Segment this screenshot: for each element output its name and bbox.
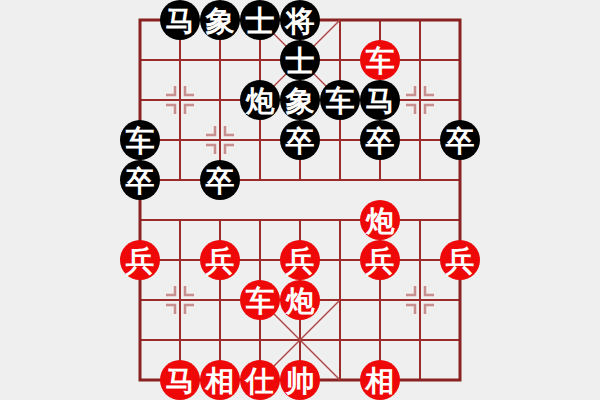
piece-glyph: 兵 (446, 247, 475, 276)
piece-red-soldier[interactable]: 兵 (120, 240, 160, 280)
piece-black-soldier[interactable]: 卒 (200, 160, 240, 200)
piece-glyph: 卒 (446, 127, 475, 156)
piece-glyph: 士 (246, 7, 275, 36)
board-grid: 马象士将士车炮象车马车卒卒卒卒卒炮兵兵兵兵兵车炮马相仕帅相 (120, 0, 480, 400)
piece-glyph: 卒 (286, 127, 315, 156)
piece-glyph: 马 (366, 87, 395, 116)
piece-glyph: 炮 (286, 287, 315, 316)
piece-black-advisor[interactable]: 士 (280, 40, 320, 80)
piece-black-soldier[interactable]: 卒 (440, 120, 480, 160)
piece-black-cannon[interactable]: 炮 (240, 80, 280, 120)
piece-glyph: 相 (206, 367, 235, 396)
piece-glyph: 炮 (246, 87, 275, 116)
piece-red-soldier[interactable]: 兵 (360, 240, 400, 280)
piece-glyph: 兵 (126, 247, 155, 276)
piece-red-advisor[interactable]: 仕 (240, 360, 280, 400)
piece-glyph: 炮 (366, 207, 395, 236)
piece-black-horse[interactable]: 马 (160, 0, 200, 40)
piece-glyph: 士 (286, 47, 315, 76)
piece-glyph: 兵 (206, 247, 235, 276)
piece-glyph: 车 (126, 127, 155, 156)
piece-black-horse[interactable]: 马 (360, 80, 400, 120)
piece-glyph: 将 (286, 7, 315, 36)
piece-glyph: 仕 (246, 367, 275, 396)
piece-glyph: 马 (166, 7, 195, 36)
piece-glyph: 帅 (286, 367, 315, 396)
piece-black-soldier[interactable]: 卒 (360, 120, 400, 160)
piece-red-cannon[interactable]: 炮 (280, 280, 320, 320)
piece-black-chariot[interactable]: 车 (320, 80, 360, 120)
piece-glyph: 马 (166, 367, 195, 396)
piece-red-soldier[interactable]: 兵 (440, 240, 480, 280)
piece-glyph: 车 (366, 47, 395, 76)
piece-glyph: 卒 (126, 167, 155, 196)
piece-glyph: 象 (286, 87, 315, 116)
xiangqi-app: 马象士将士车炮象车马车卒卒卒卒卒炮兵兵兵兵兵车炮马相仕帅相 (0, 0, 600, 400)
piece-red-elephant[interactable]: 相 (360, 360, 400, 400)
piece-glyph: 兵 (366, 247, 395, 276)
piece-black-elephant[interactable]: 象 (280, 80, 320, 120)
piece-red-chariot[interactable]: 车 (240, 280, 280, 320)
piece-red-cannon[interactable]: 炮 (360, 200, 400, 240)
piece-red-chariot[interactable]: 车 (360, 40, 400, 80)
piece-red-horse[interactable]: 马 (160, 360, 200, 400)
piece-black-elephant[interactable]: 象 (200, 0, 240, 40)
piece-glyph: 车 (326, 87, 355, 116)
piece-black-chariot[interactable]: 车 (120, 120, 160, 160)
piece-red-soldier[interactable]: 兵 (200, 240, 240, 280)
piece-glyph: 象 (206, 7, 235, 36)
piece-black-soldier[interactable]: 卒 (120, 160, 160, 200)
piece-red-general[interactable]: 帅 (280, 360, 320, 400)
piece-glyph: 相 (366, 367, 395, 396)
piece-red-elephant[interactable]: 相 (200, 360, 240, 400)
piece-black-general[interactable]: 将 (280, 0, 320, 40)
piece-black-soldier[interactable]: 卒 (280, 120, 320, 160)
piece-glyph: 车 (246, 287, 275, 316)
piece-glyph: 卒 (366, 127, 395, 156)
piece-red-soldier[interactable]: 兵 (280, 240, 320, 280)
piece-glyph: 卒 (206, 167, 235, 196)
piece-glyph: 兵 (286, 247, 315, 276)
piece-black-advisor[interactable]: 士 (240, 0, 280, 40)
